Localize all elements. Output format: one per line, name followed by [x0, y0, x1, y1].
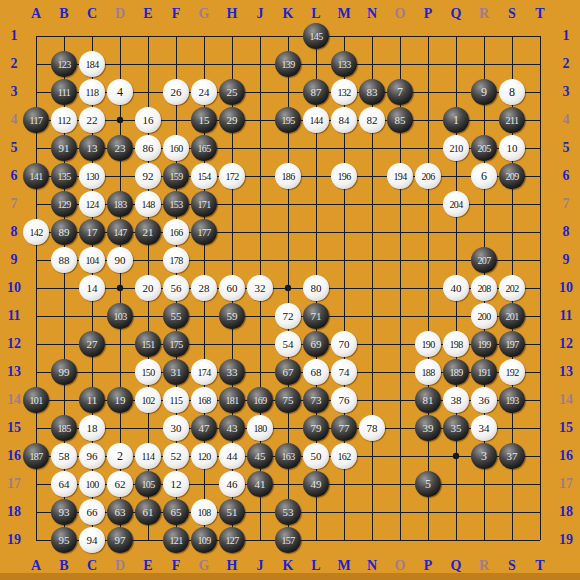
stone-black-L11[interactable]: 71 — [303, 303, 329, 329]
stone-black-O4[interactable]: 85 — [387, 107, 413, 133]
stone-white-C7[interactable]: 124 — [79, 191, 105, 217]
stone-black-F11[interactable]: 55 — [163, 303, 189, 329]
stone-black-D14[interactable]: 19 — [107, 387, 133, 413]
stone-black-G15[interactable]: 47 — [191, 415, 217, 441]
stone-white-M6[interactable]: 196 — [331, 163, 357, 189]
stone-white-C10[interactable]: 14 — [79, 275, 105, 301]
stone-white-C9[interactable]: 104 — [79, 247, 105, 273]
stone-black-G8[interactable]: 177 — [191, 219, 217, 245]
stone-black-E18[interactable]: 61 — [135, 499, 161, 525]
stone-black-Q13[interactable]: 189 — [443, 359, 469, 385]
stone-white-B9[interactable]: 88 — [51, 247, 77, 273]
stone-black-D8[interactable]: 147 — [107, 219, 133, 245]
stone-black-H14[interactable]: 181 — [219, 387, 245, 413]
stone-white-B17[interactable]: 64 — [51, 471, 77, 497]
stone-white-E5[interactable]: 86 — [135, 135, 161, 161]
stone-black-C8[interactable]: 17 — [79, 219, 105, 245]
stone-black-E8[interactable]: 21 — [135, 219, 161, 245]
row-label-right-16: 16 — [552, 442, 580, 470]
go-board-window: AA11BB22CC33DD44EE55FF66GG77HH88JJ99KK10… — [0, 0, 580, 580]
stone-black-R12[interactable]: 199 — [471, 331, 497, 357]
row-label-right-4: 4 — [552, 106, 580, 134]
stone-black-H11[interactable]: 59 — [219, 303, 245, 329]
stone-white-L13[interactable]: 68 — [303, 359, 329, 385]
stone-black-K19[interactable]: 157 — [275, 527, 301, 553]
stone-white-R6[interactable]: 6 — [471, 163, 497, 189]
stone-white-G14[interactable]: 168 — [191, 387, 217, 413]
stone-white-C4[interactable]: 22 — [79, 107, 105, 133]
stone-white-F8[interactable]: 166 — [163, 219, 189, 245]
stone-white-S5[interactable]: 10 — [499, 135, 525, 161]
stone-white-R14[interactable]: 36 — [471, 387, 497, 413]
stone-white-L10[interactable]: 80 — [303, 275, 329, 301]
stone-white-Q7[interactable]: 204 — [443, 191, 469, 217]
stone-white-H6[interactable]: 172 — [219, 163, 245, 189]
stone-black-A14[interactable]: 101 — [23, 387, 49, 413]
stone-white-M3[interactable]: 132 — [331, 79, 357, 105]
stone-white-F14[interactable]: 115 — [163, 387, 189, 413]
stone-black-G4[interactable]: 15 — [191, 107, 217, 133]
stone-black-F13[interactable]: 31 — [163, 359, 189, 385]
row-label-right-10: 10 — [552, 274, 580, 302]
stone-white-C15[interactable]: 18 — [79, 415, 105, 441]
stone-black-B3[interactable]: 111 — [51, 79, 77, 105]
row-label-right-11: 11 — [552, 302, 580, 330]
window-bottom-edge — [0, 573, 580, 580]
stone-black-H19[interactable]: 127 — [219, 527, 245, 553]
stone-black-L1[interactable]: 145 — [303, 23, 329, 49]
stone-white-D9[interactable]: 90 — [107, 247, 133, 273]
row-label-right-5: 5 — [552, 134, 580, 162]
stone-black-G7[interactable]: 171 — [191, 191, 217, 217]
stone-black-Q15[interactable]: 35 — [443, 415, 469, 441]
stone-black-P14[interactable]: 81 — [415, 387, 441, 413]
row-label-right-6: 6 — [552, 162, 580, 190]
stone-black-R16[interactable]: 3 — [471, 443, 497, 469]
stone-white-E14[interactable]: 102 — [135, 387, 161, 413]
board-intersections-layer[interactable]: 1451231841391331111184262425871328379811… — [22, 22, 554, 554]
stone-black-F6[interactable]: 159 — [163, 163, 189, 189]
row-label-right-15: 15 — [552, 414, 580, 442]
stone-white-C18[interactable]: 66 — [79, 499, 105, 525]
stone-black-K18[interactable]: 53 — [275, 499, 301, 525]
stone-black-O3[interactable]: 7 — [387, 79, 413, 105]
row-label-right-17: 17 — [552, 470, 580, 498]
row-label-right-18: 18 — [552, 498, 580, 526]
stone-black-H15[interactable]: 43 — [219, 415, 245, 441]
stone-white-K6[interactable]: 186 — [275, 163, 301, 189]
stone-white-R11[interactable]: 200 — [471, 303, 497, 329]
stone-black-K14[interactable]: 75 — [275, 387, 301, 413]
stone-black-S12[interactable]: 197 — [499, 331, 525, 357]
stone-white-F5[interactable]: 160 — [163, 135, 189, 161]
stone-white-A8[interactable]: 142 — [23, 219, 49, 245]
stone-white-E6[interactable]: 92 — [135, 163, 161, 189]
row-label-right-2: 2 — [552, 50, 580, 78]
stone-white-P6[interactable]: 206 — [415, 163, 441, 189]
stone-white-B16[interactable]: 58 — [51, 443, 77, 469]
stone-white-C2[interactable]: 184 — [79, 51, 105, 77]
row-label-right-8: 8 — [552, 218, 580, 246]
stone-white-J10[interactable]: 32 — [247, 275, 273, 301]
stone-black-P15[interactable]: 39 — [415, 415, 441, 441]
stone-black-B15[interactable]: 185 — [51, 415, 77, 441]
stone-black-F12[interactable]: 175 — [163, 331, 189, 357]
stone-black-F18[interactable]: 65 — [163, 499, 189, 525]
stone-black-B2[interactable]: 123 — [51, 51, 77, 77]
row-label-right-13: 13 — [552, 358, 580, 386]
stone-black-A16[interactable]: 187 — [23, 443, 49, 469]
stone-white-C16[interactable]: 96 — [79, 443, 105, 469]
stone-white-C19[interactable]: 94 — [79, 527, 105, 553]
stone-white-G3[interactable]: 24 — [191, 79, 217, 105]
stone-black-K16[interactable]: 163 — [275, 443, 301, 469]
stone-white-M16[interactable]: 162 — [331, 443, 357, 469]
stone-black-S6[interactable]: 209 — [499, 163, 525, 189]
stone-white-K11[interactable]: 72 — [275, 303, 301, 329]
stone-white-N15[interactable]: 78 — [359, 415, 385, 441]
stone-black-L15[interactable]: 79 — [303, 415, 329, 441]
stone-black-R9[interactable]: 207 — [471, 247, 497, 273]
stone-white-G13[interactable]: 174 — [191, 359, 217, 385]
stone-white-F16[interactable]: 52 — [163, 443, 189, 469]
stone-white-C6[interactable]: 130 — [79, 163, 105, 189]
stone-black-C14[interactable]: 11 — [79, 387, 105, 413]
stone-white-Q5[interactable]: 210 — [443, 135, 469, 161]
stone-black-Q4[interactable]: 1 — [443, 107, 469, 133]
stone-black-B8[interactable]: 89 — [51, 219, 77, 245]
stone-black-D5[interactable]: 23 — [107, 135, 133, 161]
stone-black-K13[interactable]: 67 — [275, 359, 301, 385]
stone-white-M12[interactable]: 70 — [331, 331, 357, 357]
stone-black-H18[interactable]: 51 — [219, 499, 245, 525]
stone-black-B7[interactable]: 129 — [51, 191, 77, 217]
stone-white-Q14[interactable]: 38 — [443, 387, 469, 413]
stone-black-J16[interactable]: 45 — [247, 443, 273, 469]
stone-black-C5[interactable]: 13 — [79, 135, 105, 161]
stone-black-B5[interactable]: 91 — [51, 135, 77, 161]
stone-black-H4[interactable]: 29 — [219, 107, 245, 133]
stone-black-S14[interactable]: 193 — [499, 387, 525, 413]
stone-white-H17[interactable]: 46 — [219, 471, 245, 497]
stone-black-J14[interactable]: 169 — [247, 387, 273, 413]
stone-white-F17[interactable]: 12 — [163, 471, 189, 497]
stone-black-J17[interactable]: 41 — [247, 471, 273, 497]
stone-black-B18[interactable]: 93 — [51, 499, 77, 525]
stone-black-F19[interactable]: 121 — [163, 527, 189, 553]
stone-black-D11[interactable]: 103 — [107, 303, 133, 329]
stone-white-M14[interactable]: 76 — [331, 387, 357, 413]
stone-black-H3[interactable]: 25 — [219, 79, 245, 105]
stone-white-D16[interactable]: 2 — [107, 443, 133, 469]
stone-black-S16[interactable]: 37 — [499, 443, 525, 469]
stone-white-B4[interactable]: 112 — [51, 107, 77, 133]
stone-white-E16[interactable]: 114 — [135, 443, 161, 469]
stone-black-M15[interactable]: 77 — [331, 415, 357, 441]
stone-white-O6[interactable]: 194 — [387, 163, 413, 189]
stone-black-P17[interactable]: 5 — [415, 471, 441, 497]
stone-black-R13[interactable]: 191 — [471, 359, 497, 385]
stone-black-A4[interactable]: 117 — [23, 107, 49, 133]
stone-black-C12[interactable]: 27 — [79, 331, 105, 357]
stone-black-L17[interactable]: 49 — [303, 471, 329, 497]
stone-black-G19[interactable]: 109 — [191, 527, 217, 553]
stone-black-N3[interactable]: 83 — [359, 79, 385, 105]
stone-white-P12[interactable]: 190 — [415, 331, 441, 357]
row-label-right-19: 19 — [552, 526, 580, 554]
stone-white-C3[interactable]: 118 — [79, 79, 105, 105]
stone-black-L12[interactable]: 69 — [303, 331, 329, 357]
stone-white-D17[interactable]: 62 — [107, 471, 133, 497]
row-label-right-12: 12 — [552, 330, 580, 358]
row-label-right-7: 7 — [552, 190, 580, 218]
stone-black-M2[interactable]: 133 — [331, 51, 357, 77]
stone-white-E10[interactable]: 20 — [135, 275, 161, 301]
stone-black-H13[interactable]: 33 — [219, 359, 245, 385]
stone-black-K2[interactable]: 139 — [275, 51, 301, 77]
stone-white-P13[interactable]: 188 — [415, 359, 441, 385]
stone-black-E12[interactable]: 151 — [135, 331, 161, 357]
stone-white-Q10[interactable]: 40 — [443, 275, 469, 301]
stone-black-F7[interactable]: 153 — [163, 191, 189, 217]
stone-black-B13[interactable]: 99 — [51, 359, 77, 385]
stone-white-J15[interactable]: 180 — [247, 415, 273, 441]
stone-white-G10[interactable]: 28 — [191, 275, 217, 301]
stone-black-R3[interactable]: 9 — [471, 79, 497, 105]
stone-black-B19[interactable]: 95 — [51, 527, 77, 553]
stone-white-E13[interactable]: 150 — [135, 359, 161, 385]
stone-white-G18[interactable]: 108 — [191, 499, 217, 525]
stone-black-G5[interactable]: 165 — [191, 135, 217, 161]
stone-white-L4[interactable]: 144 — [303, 107, 329, 133]
stone-white-Q12[interactable]: 198 — [443, 331, 469, 357]
stone-white-G6[interactable]: 154 — [191, 163, 217, 189]
stone-white-R15[interactable]: 34 — [471, 415, 497, 441]
stone-white-E7[interactable]: 148 — [135, 191, 161, 217]
stone-black-E17[interactable]: 105 — [135, 471, 161, 497]
stone-white-F10[interactable]: 56 — [163, 275, 189, 301]
stone-white-E4[interactable]: 16 — [135, 107, 161, 133]
stone-white-F9[interactable]: 178 — [163, 247, 189, 273]
stone-black-S4[interactable]: 211 — [499, 107, 525, 133]
stone-white-F15[interactable]: 30 — [163, 415, 189, 441]
row-label-right-14: 14 — [552, 386, 580, 414]
stone-white-S13[interactable]: 192 — [499, 359, 525, 385]
stone-black-A6[interactable]: 141 — [23, 163, 49, 189]
stone-black-D7[interactable]: 183 — [107, 191, 133, 217]
stone-black-R5[interactable]: 205 — [471, 135, 497, 161]
row-label-right-3: 3 — [552, 78, 580, 106]
stone-black-L14[interactable]: 73 — [303, 387, 329, 413]
stone-white-D3[interactable]: 4 — [107, 79, 133, 105]
stone-white-G16[interactable]: 120 — [191, 443, 217, 469]
stone-black-D18[interactable]: 63 — [107, 499, 133, 525]
stone-white-L16[interactable]: 50 — [303, 443, 329, 469]
stone-white-H16[interactable]: 44 — [219, 443, 245, 469]
stone-black-S11[interactable]: 201 — [499, 303, 525, 329]
stone-white-C17[interactable]: 100 — [79, 471, 105, 497]
stone-white-H10[interactable]: 60 — [219, 275, 245, 301]
stone-black-D19[interactable]: 97 — [107, 527, 133, 553]
stone-white-N4[interactable]: 82 — [359, 107, 385, 133]
stone-white-K12[interactable]: 54 — [275, 331, 301, 357]
stone-white-M13[interactable]: 74 — [331, 359, 357, 385]
stone-black-B6[interactable]: 135 — [51, 163, 77, 189]
row-label-right-1: 1 — [552, 22, 580, 50]
stone-white-M4[interactable]: 84 — [331, 107, 357, 133]
stone-white-S3[interactable]: 8 — [499, 79, 525, 105]
stone-black-K4[interactable]: 195 — [275, 107, 301, 133]
stone-white-R10[interactable]: 208 — [471, 275, 497, 301]
stone-black-L3[interactable]: 87 — [303, 79, 329, 105]
row-label-right-9: 9 — [552, 246, 580, 274]
stone-white-F3[interactable]: 26 — [163, 79, 189, 105]
stone-white-S10[interactable]: 202 — [499, 275, 525, 301]
